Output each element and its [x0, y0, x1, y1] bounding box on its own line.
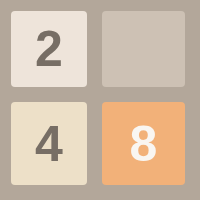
game-board-2048[interactable]: 2 4 8 — [0, 0, 200, 200]
tile-4: 4 — [11, 102, 87, 185]
empty-cell — [102, 11, 185, 87]
tile-8: 8 — [102, 102, 185, 185]
tile-2: 2 — [11, 11, 87, 87]
